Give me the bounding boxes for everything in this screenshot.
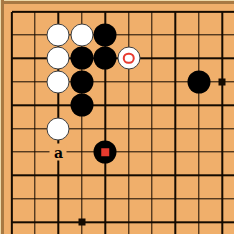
intersection-b10 [23,211,46,234]
intersection-e2 [94,23,117,46]
intersection-b2 [23,23,46,46]
intersection-f9 [117,187,140,210]
intersection-f7 [117,140,140,163]
white-stone-circle-marked [117,47,140,70]
intersection-b4 [23,70,46,93]
intersection-i4 [187,70,210,93]
intersection-g1 [140,0,163,23]
black-stone [187,70,210,93]
intersection-e4 [94,70,117,93]
intersection-d4 [70,70,93,93]
intersection-c4 [47,70,70,93]
black-stone [94,24,117,47]
intersection-d8 [70,164,93,187]
intersection-a4 [0,70,23,93]
white-stone [47,47,70,70]
intersection-i2 [187,23,210,46]
black-stone [70,47,93,70]
intersection-j10 [211,211,234,234]
white-stone [47,70,70,93]
intersection-e10 [94,211,117,234]
intersection-b9 [23,187,46,210]
intersection-b6 [23,117,46,140]
intersection-d5 [70,94,93,117]
intersection-f3 [117,47,140,70]
go-board: a [0,0,234,234]
red-square-marker [101,148,110,157]
intersection-i5 [187,94,210,117]
intersection-h10 [164,211,187,234]
intersection-a2 [0,23,23,46]
intersection-h7 [164,140,187,163]
go-diagram: a [0,0,234,234]
white-stone [70,24,93,47]
intersection-i6 [187,117,210,140]
intersection-c6 [47,117,70,140]
red-circle-marker [123,53,135,65]
intersection-a10 [0,211,23,234]
intersection-h9 [164,187,187,210]
intersection-g10 [140,211,163,234]
intersection-g9 [140,187,163,210]
intersection-g6 [140,117,163,140]
intersection-d6 [70,117,93,140]
intersection-d1 [70,0,93,23]
intersection-c10 [47,211,70,234]
intersection-h6 [164,117,187,140]
black-stone [94,47,117,70]
intersection-f6 [117,117,140,140]
intersection-g5 [140,94,163,117]
intersection-f10 [117,211,140,234]
intersection-c1 [47,0,70,23]
star-point [78,219,85,226]
intersection-g7 [140,140,163,163]
intersection-g3 [140,47,163,70]
intersection-c7: a [47,140,70,163]
intersection-e1 [94,0,117,23]
white-stone [47,24,70,47]
intersection-f5 [117,94,140,117]
black-stone [70,94,93,117]
black-stone-square-marked [94,141,117,164]
intersection-i3 [187,47,210,70]
intersection-a8 [0,164,23,187]
intersection-f8 [117,164,140,187]
intersection-f2 [117,23,140,46]
intersection-i1 [187,0,210,23]
intersection-j8 [211,164,234,187]
intersection-a5 [0,94,23,117]
intersection-e8 [94,164,117,187]
intersection-i9 [187,187,210,210]
intersection-c5 [47,94,70,117]
intersection-j5 [211,94,234,117]
intersection-j6 [211,117,234,140]
intersection-a1 [0,0,23,23]
intersection-e5 [94,94,117,117]
intersection-e3 [94,47,117,70]
intersection-e9 [94,187,117,210]
intersection-a3 [0,47,23,70]
white-stone [47,117,70,140]
intersection-j7 [211,140,234,163]
intersection-i10 [187,211,210,234]
label-a: a [50,144,67,161]
intersection-b7 [23,140,46,163]
intersection-h5 [164,94,187,117]
intersection-g8 [140,164,163,187]
intersection-b3 [23,47,46,70]
intersection-f4 [117,70,140,93]
intersection-d2 [70,23,93,46]
intersection-d9 [70,187,93,210]
intersection-a7 [0,140,23,163]
intersection-j4 [211,70,234,93]
intersection-i7 [187,140,210,163]
intersection-a9 [0,187,23,210]
intersection-c9 [47,187,70,210]
intersection-d3 [70,47,93,70]
intersection-e7 [94,140,117,163]
intersection-j9 [211,187,234,210]
intersection-g2 [140,23,163,46]
star-point [219,78,226,85]
intersection-j1 [211,0,234,23]
intersection-d10 [70,211,93,234]
intersection-a6 [0,117,23,140]
intersection-j2 [211,23,234,46]
intersection-h4 [164,70,187,93]
intersection-h8 [164,164,187,187]
intersection-b1 [23,0,46,23]
intersection-c3 [47,47,70,70]
intersection-f1 [117,0,140,23]
intersection-i8 [187,164,210,187]
intersection-g4 [140,70,163,93]
intersection-h1 [164,0,187,23]
intersection-e6 [94,117,117,140]
intersection-c8 [47,164,70,187]
intersection-j3 [211,47,234,70]
intersection-h3 [164,47,187,70]
intersection-c2 [47,23,70,46]
intersection-h2 [164,23,187,46]
intersection-d7 [70,140,93,163]
black-stone [70,70,93,93]
intersection-b8 [23,164,46,187]
intersection-b5 [23,94,46,117]
